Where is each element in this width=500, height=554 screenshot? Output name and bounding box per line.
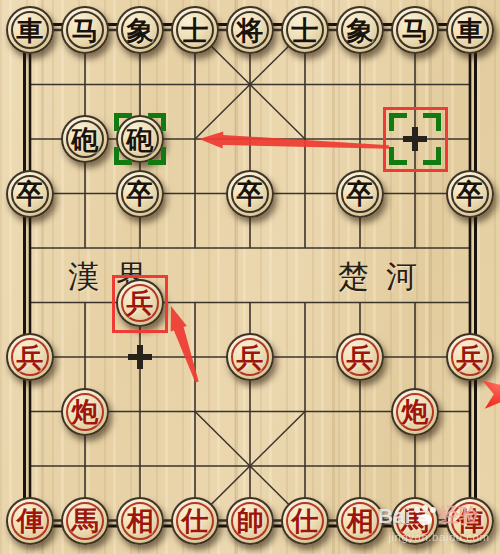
piece-glyph: 将 bbox=[237, 17, 264, 44]
piece-glyph: 車 bbox=[457, 17, 484, 44]
piece-black-将[interactable]: 将 bbox=[226, 6, 274, 54]
xiangqi-board: 漢界 楚河 車马象士将士象马車砲砲卒卒卒卒卒兵兵兵兵兵炮炮俥馬相仕帥仕相馬俥 B… bbox=[0, 0, 500, 554]
piece-black-砲[interactable]: 砲 bbox=[61, 115, 109, 163]
cannon-origin-box bbox=[383, 107, 448, 172]
piece-glyph: 士 bbox=[182, 17, 209, 44]
piece-glyph: 兵 bbox=[457, 344, 484, 371]
piece-glyph: 马 bbox=[72, 17, 99, 44]
piece-black-马[interactable]: 马 bbox=[61, 6, 109, 54]
piece-glyph: 砲 bbox=[72, 126, 99, 153]
piece-black-卒[interactable]: 卒 bbox=[446, 170, 494, 218]
piece-red-帥[interactable]: 帥 bbox=[226, 497, 274, 545]
piece-red-相[interactable]: 相 bbox=[116, 497, 164, 545]
piece-glyph: 炮 bbox=[402, 398, 429, 425]
piece-glyph: 仕 bbox=[182, 507, 209, 534]
piece-red-俥[interactable]: 俥 bbox=[6, 497, 54, 545]
river-label-right: 楚河 bbox=[338, 256, 434, 298]
piece-glyph: 相 bbox=[347, 507, 374, 534]
piece-glyph: 卒 bbox=[347, 180, 374, 207]
piece-black-卒[interactable]: 卒 bbox=[6, 170, 54, 218]
piece-glyph: 兵 bbox=[347, 344, 374, 371]
piece-glyph: 卒 bbox=[457, 180, 484, 207]
piece-red-炮[interactable]: 炮 bbox=[61, 388, 109, 436]
piece-glyph: 相 bbox=[127, 507, 154, 534]
piece-black-卒[interactable]: 卒 bbox=[336, 170, 384, 218]
piece-black-士[interactable]: 士 bbox=[281, 6, 329, 54]
piece-glyph: 車 bbox=[17, 17, 44, 44]
point-marker-cross-icon bbox=[124, 341, 156, 373]
piece-glyph: 俥 bbox=[17, 507, 44, 534]
piece-glyph: 仕 bbox=[292, 507, 319, 534]
advanced-pawn-box bbox=[112, 275, 168, 333]
piece-red-馬[interactable]: 馬 bbox=[391, 497, 439, 545]
piece-black-卒[interactable]: 卒 bbox=[116, 170, 164, 218]
piece-glyph: 象 bbox=[347, 17, 374, 44]
piece-glyph: 兵 bbox=[17, 344, 44, 371]
piece-red-兵[interactable]: 兵 bbox=[226, 333, 274, 381]
piece-black-象[interactable]: 象 bbox=[336, 6, 384, 54]
piece-red-相[interactable]: 相 bbox=[336, 497, 384, 545]
piece-glyph: 士 bbox=[292, 17, 319, 44]
piece-red-仕[interactable]: 仕 bbox=[171, 497, 219, 545]
piece-black-車[interactable]: 車 bbox=[446, 6, 494, 54]
piece-red-仕[interactable]: 仕 bbox=[281, 497, 329, 545]
piece-glyph: 炮 bbox=[72, 398, 99, 425]
piece-glyph: 兵 bbox=[237, 344, 264, 371]
piece-glyph: 帥 bbox=[237, 507, 264, 534]
piece-glyph: 俥 bbox=[457, 507, 484, 534]
last-move-to-bracket bbox=[114, 113, 166, 165]
piece-black-士[interactable]: 士 bbox=[171, 6, 219, 54]
piece-red-兵[interactable]: 兵 bbox=[446, 333, 494, 381]
piece-glyph: 马 bbox=[402, 17, 429, 44]
piece-glyph: 馬 bbox=[72, 507, 99, 534]
piece-red-炮[interactable]: 炮 bbox=[391, 388, 439, 436]
piece-red-俥[interactable]: 俥 bbox=[446, 497, 494, 545]
piece-black-象[interactable]: 象 bbox=[116, 6, 164, 54]
piece-red-兵[interactable]: 兵 bbox=[6, 333, 54, 381]
piece-red-兵[interactable]: 兵 bbox=[336, 333, 384, 381]
piece-glyph: 卒 bbox=[17, 180, 44, 207]
piece-black-马[interactable]: 马 bbox=[391, 6, 439, 54]
piece-glyph: 卒 bbox=[127, 180, 154, 207]
piece-black-卒[interactable]: 卒 bbox=[226, 170, 274, 218]
piece-glyph: 馬 bbox=[402, 507, 429, 534]
piece-glyph: 象 bbox=[127, 17, 154, 44]
piece-red-馬[interactable]: 馬 bbox=[61, 497, 109, 545]
piece-black-車[interactable]: 車 bbox=[6, 6, 54, 54]
piece-glyph: 卒 bbox=[237, 180, 264, 207]
